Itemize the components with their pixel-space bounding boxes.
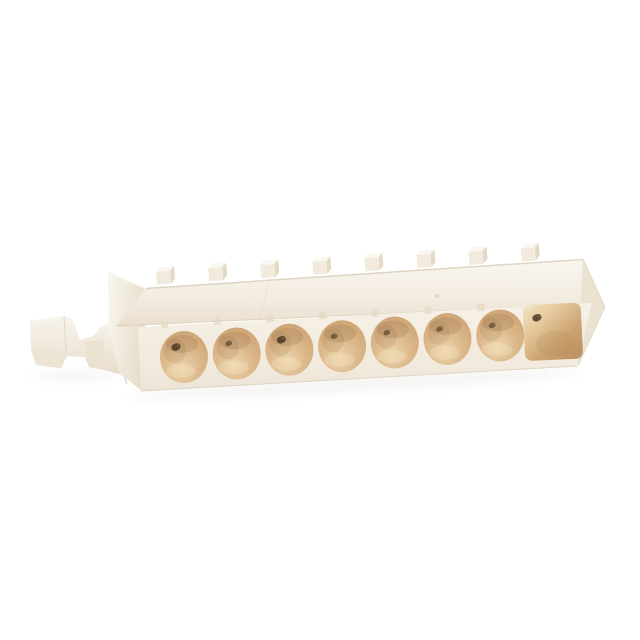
latch-tab-3: [260, 260, 279, 279]
connector-housing: [30, 243, 605, 391]
shelf-notch: [161, 320, 168, 327]
latch-tab-2: [208, 263, 227, 282]
shelf-notch: [477, 304, 484, 311]
mold-mark: [435, 294, 439, 297]
latch-tab-8: [521, 243, 540, 262]
latch-tab-6: [417, 250, 436, 269]
shelf-notch: [214, 318, 221, 325]
shelf-notch: [319, 312, 326, 319]
shelf-notch: [425, 306, 432, 313]
latch-tab-7: [469, 246, 488, 265]
connector-illustration: [0, 0, 640, 640]
shelf-notch: [266, 315, 273, 322]
latch-tab-1: [156, 266, 175, 285]
cavity-8: [523, 302, 584, 361]
shelf-notch: [372, 309, 379, 316]
mounting-ear: [30, 316, 122, 375]
latch-tab-5: [364, 253, 383, 272]
product-photo: [0, 0, 640, 640]
ear-foot-face: [31, 349, 61, 368]
ear-leg-face: [84, 339, 104, 370]
latch-tab-4: [312, 256, 331, 275]
